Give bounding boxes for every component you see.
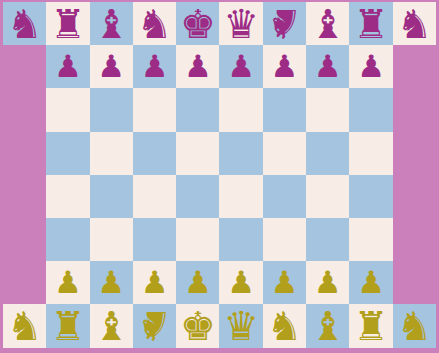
purple-pawn[interactable]: ♟ xyxy=(97,51,125,82)
square-r4c9[interactable] xyxy=(349,132,392,175)
frame-cell xyxy=(3,175,46,218)
frame-cell xyxy=(3,88,46,131)
square-r5c9[interactable] xyxy=(349,175,392,218)
square-r4c6[interactable] xyxy=(219,132,262,175)
square-r2c7[interactable]: ♟ xyxy=(263,45,306,88)
square-r6c7[interactable] xyxy=(263,218,306,261)
square-r1c6[interactable]: ♛ xyxy=(219,2,262,45)
square-r5c7[interactable] xyxy=(263,175,306,218)
square-r1c2[interactable]: ♜ xyxy=(46,2,89,45)
gold-pawn[interactable]: ♟ xyxy=(97,267,125,298)
purple-queen[interactable]: ♛ xyxy=(223,4,259,44)
frame-cell xyxy=(393,261,436,304)
square-r2c8[interactable]: ♟ xyxy=(306,45,349,88)
square-r6c5[interactable] xyxy=(176,218,219,261)
square-r6c2[interactable] xyxy=(46,218,89,261)
square-r3c8[interactable] xyxy=(306,88,349,131)
square-r8c6[interactable]: ♛ xyxy=(219,304,262,347)
square-r1c1[interactable]: ♞ xyxy=(3,2,46,45)
gold-knight[interactable]: ♞ xyxy=(267,306,303,346)
square-r6c6[interactable] xyxy=(219,218,262,261)
chess-board: ♞♜♝♞♚♛♞♝♜♞♟♟♟♟♟♟♟♟♟♟♟♟♟♟♟♟♞♜♝♞♚♛♞♝♜♞ xyxy=(3,2,436,348)
purple-bishop[interactable]: ♝ xyxy=(93,4,129,44)
square-r4c5[interactable] xyxy=(176,132,219,175)
square-r8c3[interactable]: ♝ xyxy=(90,304,133,347)
square-r3c9[interactable] xyxy=(349,88,392,131)
gold-queen[interactable]: ♛ xyxy=(223,306,259,346)
gold-pawn[interactable]: ♟ xyxy=(227,267,255,298)
square-r8c4[interactable]: ♞ xyxy=(133,304,176,347)
purple-knight[interactable]: ♞ xyxy=(137,4,173,44)
frame-cell xyxy=(393,132,436,175)
frame-cell xyxy=(3,45,46,88)
gold-pawn[interactable]: ♟ xyxy=(271,267,299,298)
gold-pawn[interactable]: ♟ xyxy=(184,267,212,298)
purple-king[interactable]: ♚ xyxy=(180,4,216,44)
square-r7c3[interactable]: ♟ xyxy=(90,261,133,304)
square-r1c5[interactable]: ♚ xyxy=(176,2,219,45)
square-r2c6[interactable]: ♟ xyxy=(219,45,262,88)
purple-pawn[interactable]: ♟ xyxy=(141,51,169,82)
square-r6c4[interactable] xyxy=(133,218,176,261)
square-r2c3[interactable]: ♟ xyxy=(90,45,133,88)
square-r4c2[interactable] xyxy=(46,132,89,175)
square-r7c7[interactable]: ♟ xyxy=(263,261,306,304)
gold-knight-inverted[interactable]: ♞ xyxy=(137,306,173,346)
square-r4c3[interactable] xyxy=(90,132,133,175)
frame-cell xyxy=(393,175,436,218)
square-r2c5[interactable]: ♟ xyxy=(176,45,219,88)
square-r8c8[interactable]: ♝ xyxy=(306,304,349,347)
square-r8c7[interactable]: ♞ xyxy=(263,304,306,347)
game-screen: ♞♜♝♞♚♛♞♝♜♞♟♟♟♟♟♟♟♟♟♟♟♟♟♟♟♟♞♜♝♞♚♛♞♝♜♞ xyxy=(0,0,439,353)
square-r7c5[interactable]: ♟ xyxy=(176,261,219,304)
gold-pawn[interactable]: ♟ xyxy=(314,267,342,298)
square-r5c2[interactable] xyxy=(46,175,89,218)
square-r8c9[interactable]: ♜ xyxy=(349,304,392,347)
purple-knight-inverted[interactable]: ♞ xyxy=(267,4,303,44)
square-r5c4[interactable] xyxy=(133,175,176,218)
gold-knight[interactable]: ♞ xyxy=(396,306,432,346)
purple-knight[interactable]: ♞ xyxy=(396,4,432,44)
square-r1c10[interactable]: ♞ xyxy=(393,2,436,45)
gold-rook[interactable]: ♜ xyxy=(353,306,389,346)
frame-cell xyxy=(3,218,46,261)
gold-rook[interactable]: ♜ xyxy=(50,306,86,346)
square-r3c4[interactable] xyxy=(133,88,176,131)
square-r7c2[interactable]: ♟ xyxy=(46,261,89,304)
square-r3c3[interactable] xyxy=(90,88,133,131)
square-r5c5[interactable] xyxy=(176,175,219,218)
purple-pawn[interactable]: ♟ xyxy=(314,51,342,82)
purple-rook[interactable]: ♜ xyxy=(50,4,86,44)
square-r5c3[interactable] xyxy=(90,175,133,218)
purple-knight[interactable]: ♞ xyxy=(7,4,43,44)
square-r3c5[interactable] xyxy=(176,88,219,131)
square-r5c6[interactable] xyxy=(219,175,262,218)
gold-pawn[interactable]: ♟ xyxy=(54,267,82,298)
square-r8c2[interactable]: ♜ xyxy=(46,304,89,347)
square-r3c2[interactable] xyxy=(46,88,89,131)
square-r1c7[interactable]: ♞ xyxy=(263,2,306,45)
square-r8c5[interactable]: ♚ xyxy=(176,304,219,347)
gold-king[interactable]: ♚ xyxy=(180,306,216,346)
square-r7c6[interactable]: ♟ xyxy=(219,261,262,304)
frame-cell xyxy=(3,261,46,304)
square-r1c4[interactable]: ♞ xyxy=(133,2,176,45)
square-r3c6[interactable] xyxy=(219,88,262,131)
frame-cell xyxy=(3,132,46,175)
square-r6c3[interactable] xyxy=(90,218,133,261)
square-r6c9[interactable] xyxy=(349,218,392,261)
square-r3c7[interactable] xyxy=(263,88,306,131)
square-r2c2[interactable]: ♟ xyxy=(46,45,89,88)
square-r6c8[interactable] xyxy=(306,218,349,261)
square-r2c9[interactable]: ♟ xyxy=(349,45,392,88)
purple-pawn[interactable]: ♟ xyxy=(271,51,299,82)
square-r8c1[interactable]: ♞ xyxy=(3,304,46,347)
square-r7c8[interactable]: ♟ xyxy=(306,261,349,304)
gold-pawn[interactable]: ♟ xyxy=(141,267,169,298)
purple-pawn[interactable]: ♟ xyxy=(357,51,385,82)
purple-pawn[interactable]: ♟ xyxy=(54,51,82,82)
square-r2c4[interactable]: ♟ xyxy=(133,45,176,88)
square-r1c9[interactable]: ♜ xyxy=(349,2,392,45)
square-r5c8[interactable] xyxy=(306,175,349,218)
square-r7c4[interactable]: ♟ xyxy=(133,261,176,304)
purple-bishop[interactable]: ♝ xyxy=(310,4,346,44)
square-r7c9[interactable]: ♟ xyxy=(349,261,392,304)
frame-cell xyxy=(393,88,436,131)
square-r1c3[interactable]: ♝ xyxy=(90,2,133,45)
frame-cell xyxy=(393,45,436,88)
gold-bishop[interactable]: ♝ xyxy=(93,306,129,346)
purple-pawn[interactable]: ♟ xyxy=(227,51,255,82)
purple-rook[interactable]: ♜ xyxy=(353,4,389,44)
square-r8c10[interactable]: ♞ xyxy=(393,304,436,347)
square-r4c7[interactable] xyxy=(263,132,306,175)
purple-pawn[interactable]: ♟ xyxy=(184,51,212,82)
square-r4c4[interactable] xyxy=(133,132,176,175)
frame-cell xyxy=(393,218,436,261)
gold-bishop[interactable]: ♝ xyxy=(310,306,346,346)
gold-pawn[interactable]: ♟ xyxy=(357,267,385,298)
square-r1c8[interactable]: ♝ xyxy=(306,2,349,45)
gold-knight[interactable]: ♞ xyxy=(7,306,43,346)
square-r4c8[interactable] xyxy=(306,132,349,175)
